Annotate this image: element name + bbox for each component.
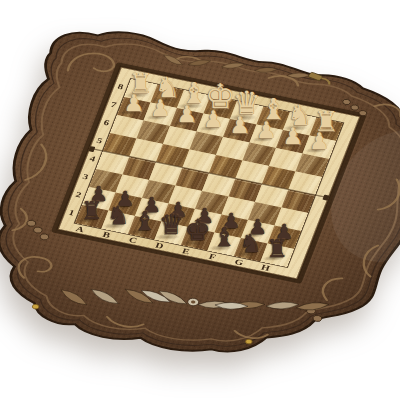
- hinge-left: [88, 146, 95, 152]
- piece-dark-rook-h1[interactable]: ♜: [252, 237, 302, 261]
- piece-light-pawn-h7[interactable]: ♟: [294, 130, 344, 153]
- product-photo: ABCDEFGH12345678 ♜♞♝♚♛♝♞♜♟♟♟♟♟♟♟♟♟♟♟♟♟♟♟…: [0, 0, 400, 400]
